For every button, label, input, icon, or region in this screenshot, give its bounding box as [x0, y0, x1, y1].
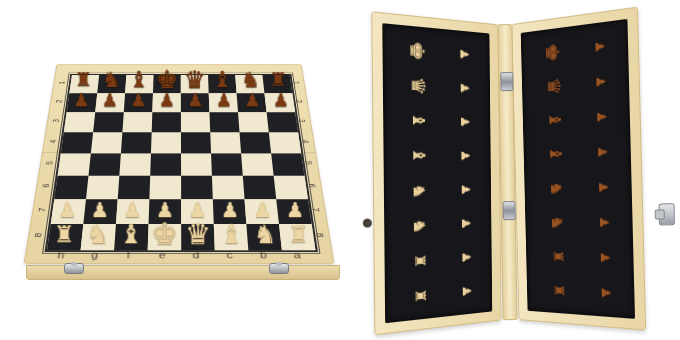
- tray-slot: ♟: [446, 172, 485, 207]
- square: [211, 153, 243, 175]
- stored-piece-white-N: ♞: [410, 182, 429, 199]
- square: ♚: [148, 224, 182, 250]
- stored-piece-black-K: ♚: [542, 41, 564, 63]
- storage-case: ♚♟♛♟♝♟♝♟♞♟♞♟♜♟♜♟ ♚♟♛♟♝♟♝♟♞♟♞♟♜♟♜♟: [357, 22, 657, 323]
- square: ♜: [279, 224, 315, 250]
- case-clasp-icon: [659, 203, 675, 225]
- tray-slot: ♛: [528, 66, 581, 105]
- chess-piece-white-R: ♜: [282, 217, 315, 250]
- tray-slot: ♞: [531, 205, 585, 240]
- board-latch-left: [64, 263, 84, 274]
- stored-piece-black-P: ♟: [599, 286, 613, 299]
- stored-piece-white-R: ♜: [412, 288, 429, 304]
- tray-slot: ♝: [528, 101, 581, 138]
- stored-piece-white-Q: ♛: [407, 75, 430, 95]
- coordinate-label: 1: [282, 78, 311, 88]
- square: [241, 153, 274, 175]
- tray-slot: ♟: [582, 133, 625, 170]
- coordinate-label: 4: [37, 136, 68, 147]
- square: [58, 153, 91, 175]
- coordinate-label: h: [43, 248, 79, 263]
- tray-slot: ♟: [446, 138, 485, 172]
- tray-slot: ♟: [445, 70, 484, 106]
- tray-slot: ♜: [533, 272, 587, 309]
- board-side-edge: [26, 265, 340, 280]
- tray-slot: ♞: [391, 173, 447, 209]
- board-squares: ♜♞♝♚♛♝♞♜♟♟♟♟♟♟♟♟♟♟♟♟♟♟♟♟♜♞♝♚♛♝♞♜: [45, 74, 318, 252]
- square: [209, 112, 239, 132]
- square: ♝: [114, 224, 148, 250]
- tray-slot: ♟: [580, 62, 623, 101]
- chess-piece-white-B: ♝: [114, 217, 147, 250]
- chess-piece-black-P: ♟: [124, 86, 153, 113]
- square: [151, 132, 181, 153]
- chess-piece-black-P: ♟: [238, 86, 267, 113]
- square: [121, 132, 152, 153]
- stored-piece-white-B: ♝: [409, 147, 429, 164]
- stored-piece-white-N: ♞: [410, 217, 429, 234]
- chess-piece-black-P: ♟: [152, 86, 181, 113]
- square: [88, 153, 120, 175]
- tray-slot: ♝: [390, 137, 446, 173]
- tray-slot: ♟: [446, 104, 485, 139]
- stored-piece-black-P: ♟: [596, 181, 610, 194]
- tray-slot: ♜: [392, 276, 448, 316]
- coordinate-label: 3: [40, 116, 71, 127]
- stored-piece-white-P: ♟: [459, 116, 472, 128]
- stored-piece-black-Q: ♛: [543, 76, 565, 96]
- stored-piece-white-P: ♟: [458, 48, 471, 61]
- tray-slot: ♚: [527, 32, 580, 72]
- stored-piece-black-B: ♝: [545, 111, 564, 129]
- square: [93, 112, 124, 132]
- tray-slot: ♜: [391, 241, 447, 280]
- tray-slot: ♟: [445, 35, 484, 72]
- chessboard-scene: ♜♞♝♚♛♝♞♜♟♟♟♟♟♟♟♟♟♟♟♟♟♟♟♟♜♞♝♚♛♝♞♜ 1234567…: [20, 44, 342, 326]
- square: [238, 112, 269, 132]
- stored-piece-white-K: ♚: [406, 39, 429, 61]
- tray-slot: ♛: [390, 66, 446, 104]
- hinge-icon: [502, 201, 515, 220]
- coordinate-label: 4: [290, 136, 321, 147]
- stored-piece-black-P: ♟: [598, 251, 612, 264]
- chess-piece-black-P: ♟: [181, 86, 210, 113]
- stored-piece-white-B: ♝: [409, 111, 429, 129]
- chess-piece-white-Q: ♛: [181, 217, 214, 250]
- tray-slot: ♝: [390, 102, 446, 139]
- stored-piece-black-P: ♟: [594, 75, 608, 89]
- tray-slot: ♟: [585, 274, 628, 312]
- square: [122, 112, 152, 132]
- tray-slot: ♞: [391, 207, 447, 244]
- stored-piece-black-P: ♟: [593, 39, 607, 53]
- chess-piece-white-N: ♞: [248, 217, 281, 250]
- chess-piece-white-K: ♚: [148, 217, 181, 250]
- square: ♟: [237, 93, 267, 112]
- square: ♛: [181, 224, 215, 250]
- coordinate-label: a: [279, 248, 315, 263]
- tray-slot: ♟: [447, 239, 486, 276]
- coordinate-label: g: [77, 248, 112, 263]
- square: [91, 132, 123, 153]
- file-labels: hgfedcba: [43, 248, 315, 263]
- tray-slot: ♚: [389, 30, 445, 69]
- square: [181, 132, 211, 153]
- stored-piece-white-P: ♟: [459, 183, 472, 195]
- square: [210, 132, 241, 153]
- square: ♟: [95, 93, 125, 112]
- square: ♟: [181, 93, 210, 112]
- tray-slot: ♟: [579, 26, 621, 66]
- stored-piece-black-R: ♜: [550, 249, 566, 263]
- tray-slot: ♟: [583, 169, 626, 205]
- stored-piece-black-P: ♟: [596, 145, 610, 158]
- chess-piece-white-B: ♝: [215, 217, 248, 250]
- square: [181, 112, 210, 132]
- stored-piece-white-P: ♟: [460, 251, 473, 264]
- felt-tray-light-pieces: ♚♟♛♟♝♟♝♟♞♟♞♟♜♟♜♟: [382, 23, 492, 323]
- stored-piece-white-P: ♟: [460, 284, 473, 297]
- chess-piece-white-R: ♜: [47, 217, 80, 250]
- stored-piece-black-N: ♞: [548, 214, 566, 230]
- tray-slot: ♟: [584, 205, 627, 241]
- square: [181, 153, 212, 175]
- chess-piece-black-P: ♟: [95, 86, 124, 113]
- tray-slot: ♜: [532, 238, 586, 274]
- coordinate-label: 2: [284, 96, 314, 106]
- square: ♞: [81, 224, 116, 250]
- square: ♟: [152, 93, 181, 112]
- stored-piece-white-R: ♜: [411, 253, 428, 268]
- coordinate-label: d: [179, 248, 213, 263]
- chess-piece-white-N: ♞: [81, 217, 114, 250]
- tray-slot: ♟: [581, 98, 624, 136]
- tray-slot: ♞: [530, 170, 583, 205]
- stored-piece-black-R: ♜: [551, 283, 567, 298]
- stored-piece-white-P: ♟: [459, 150, 472, 162]
- storage-case-scene: ♚♟♛♟♝♟♝♟♞♟♞♟♜♟♜♟ ♚♟♛♟♝♟♝♟♞♟♞♟♜♟♜♟: [357, 17, 674, 328]
- coordinate-label: 1: [47, 78, 76, 88]
- stored-piece-black-P: ♟: [597, 216, 611, 229]
- coordinate-label: f: [111, 248, 146, 263]
- tray-slot: ♟: [584, 239, 627, 276]
- square: [150, 153, 181, 175]
- square: ♜: [47, 224, 83, 250]
- product-photo: ♜♞♝♚♛♝♞♜♟♟♟♟♟♟♟♟♟♟♟♟♟♟♟♟♜♞♝♚♛♝♞♜ 1234567…: [0, 0, 680, 340]
- square: ♝: [214, 224, 249, 250]
- stored-piece-black-B: ♝: [546, 145, 565, 162]
- square: ♟: [124, 93, 153, 112]
- stored-piece-black-N: ♞: [547, 180, 565, 196]
- coordinate-label: 3: [287, 116, 318, 127]
- tray-slot: ♟: [447, 273, 486, 311]
- coordinate-label: c: [212, 248, 247, 263]
- hinge-icon: [500, 72, 513, 91]
- tray-slot: ♟: [447, 206, 486, 242]
- case-knob-icon: [363, 219, 372, 228]
- square: ♞: [246, 224, 282, 250]
- stored-piece-white-P: ♟: [460, 217, 473, 230]
- stored-piece-black-P: ♟: [595, 110, 609, 123]
- felt-tray-dark-pieces: ♚♟♛♟♝♟♝♟♞♟♞♟♜♟♜♟: [521, 19, 635, 319]
- coordinate-label: b: [246, 248, 281, 263]
- coordinate-label: 2: [44, 96, 74, 106]
- case-right-panel: ♚♟♛♟♝♟♝♟♞♟♞♟♜♟♜♟: [511, 7, 646, 331]
- square: [152, 112, 181, 132]
- case-left-panel: ♚♟♛♟♝♟♝♟♞♟♞♟♜♟♜♟: [371, 11, 501, 335]
- coordinate-label: e: [145, 248, 179, 263]
- square: [240, 132, 272, 153]
- square: ♟: [209, 93, 238, 112]
- stored-piece-white-P: ♟: [458, 82, 471, 95]
- board-latch-right: [269, 263, 289, 274]
- chessboard: ♜♞♝♚♛♝♞♜♟♟♟♟♟♟♟♟♟♟♟♟♟♟♟♟♜♞♝♚♛♝♞♜ 1234567…: [24, 64, 335, 264]
- chess-piece-black-P: ♟: [209, 86, 238, 113]
- tray-slot: ♝: [529, 135, 582, 171]
- square: [119, 153, 151, 175]
